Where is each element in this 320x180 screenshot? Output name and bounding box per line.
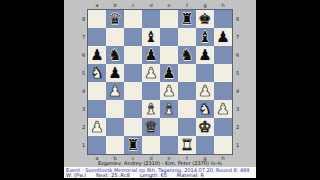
square-b5[interactable]: ♟ <box>106 64 124 82</box>
square-c7[interactable] <box>124 28 142 46</box>
file-labels-top: abcdefgh <box>88 2 232 9</box>
next-move-label: Next: 25..Rc8 <box>96 173 130 179</box>
rank-labels-right: 87654321 <box>234 10 241 154</box>
square-b6[interactable]: ♞ <box>106 46 124 64</box>
square-b3[interactable] <box>106 100 124 118</box>
black-pawn[interactable]: ♟ <box>144 46 157 64</box>
square-f7[interactable] <box>178 28 196 46</box>
square-d1[interactable] <box>142 136 160 154</box>
square-h5[interactable] <box>214 64 232 82</box>
rank-label-5: 5 <box>234 64 241 82</box>
info-line: W: (Pw.) Next: 25..Rc8 Length: 65 Materi… <box>66 173 254 179</box>
black-pawn[interactable]: ♟ <box>198 46 211 64</box>
square-h2[interactable] <box>214 118 232 136</box>
black-king[interactable]: ♚ <box>198 10 211 28</box>
square-d3[interactable]: ♝ <box>142 100 160 118</box>
black-bishop[interactable]: ♝ <box>144 28 157 46</box>
white-queen[interactable]: ♛ <box>144 118 157 136</box>
black-rook[interactable]: ♜ <box>180 10 193 28</box>
rank-labels-left: 87654321 <box>80 10 87 154</box>
square-g3[interactable]: ♞ <box>196 100 214 118</box>
square-g4[interactable]: ♟ <box>196 82 214 100</box>
file-label-e: e <box>160 2 178 9</box>
square-h4[interactable] <box>214 82 232 100</box>
square-a1[interactable] <box>88 136 106 154</box>
square-a4[interactable] <box>88 82 106 100</box>
square-g6[interactable]: ♟ <box>196 46 214 64</box>
square-h3[interactable]: ♟ <box>214 100 232 118</box>
square-d2[interactable]: ♛ <box>142 118 160 136</box>
square-a2[interactable]: ♟ <box>88 118 106 136</box>
square-f8[interactable]: ♜ <box>178 10 196 28</box>
material-label: Material: R <box>177 173 204 179</box>
square-b1[interactable] <box>106 136 124 154</box>
rank-label-7: 7 <box>234 28 241 46</box>
black-rook[interactable]: ♜ <box>126 136 139 154</box>
black-knight[interactable]: ♞ <box>180 46 193 64</box>
rank-label-2: 2 <box>80 118 87 136</box>
square-f2[interactable] <box>178 118 196 136</box>
square-d8[interactable] <box>142 10 160 28</box>
chess-board[interactable]: ♛♜♚♝♝♟♟♞♟♞♟♞♟♟♟♟♟♟♝♝♞♟♟♛♚♜♜ <box>88 10 232 154</box>
rank-label-4: 4 <box>80 82 87 100</box>
video-frame: abcdefgh abcdefgh 87654321 87654321 ♛♜♚♝… <box>0 0 320 180</box>
rank-label-8: 8 <box>234 10 241 28</box>
square-f6[interactable]: ♞ <box>178 46 196 64</box>
square-e3[interactable]: ♝ <box>160 100 178 118</box>
rank-label-6: 6 <box>80 46 87 64</box>
square-c6[interactable] <box>124 46 142 64</box>
white-pawn[interactable]: ♟ <box>216 100 229 118</box>
white-pawn[interactable]: ♟ <box>108 82 121 100</box>
file-label-a: a <box>88 2 106 9</box>
square-b8[interactable]: ♛ <box>106 10 124 28</box>
square-a3[interactable] <box>88 100 106 118</box>
square-a8[interactable] <box>88 10 106 28</box>
white-bishop[interactable]: ♝ <box>162 100 175 118</box>
side-to-move-label: W: (Pw.) <box>66 173 86 179</box>
white-king[interactable]: ♚ <box>198 118 211 136</box>
rank-label-3: 3 <box>80 100 87 118</box>
square-d7[interactable]: ♝ <box>142 28 160 46</box>
rank-label-7: 7 <box>80 28 87 46</box>
square-f4[interactable] <box>178 82 196 100</box>
square-e6[interactable] <box>160 46 178 64</box>
rank-label-8: 8 <box>80 10 87 28</box>
square-c8[interactable] <box>124 10 142 28</box>
square-a6[interactable]: ♟ <box>88 46 106 64</box>
square-g2[interactable]: ♚ <box>196 118 214 136</box>
rank-label-6: 6 <box>234 46 241 64</box>
white-rook[interactable]: ♜ <box>180 136 193 154</box>
square-h1[interactable] <box>214 136 232 154</box>
white-bishop[interactable]: ♝ <box>144 100 157 118</box>
rank-label-1: 1 <box>80 136 87 154</box>
square-c3[interactable] <box>124 100 142 118</box>
square-g1[interactable] <box>196 136 214 154</box>
rank-label-5: 5 <box>80 64 87 82</box>
black-pawn[interactable]: ♟ <box>108 64 121 82</box>
square-c4[interactable] <box>124 82 142 100</box>
file-label-h: h <box>214 2 232 9</box>
file-label-b: b <box>106 2 124 9</box>
file-label-f: f <box>178 2 196 9</box>
rank-label-3: 3 <box>234 100 241 118</box>
players-result-line: Evgeniev, Andrey (2310) - Kim, Peter (23… <box>64 160 256 167</box>
white-knight[interactable]: ♞ <box>90 64 103 82</box>
black-knight[interactable]: ♞ <box>108 46 121 64</box>
square-h7[interactable]: ♟ <box>214 28 232 46</box>
black-bishop[interactable]: ♝ <box>198 28 211 46</box>
rank-label-4: 4 <box>234 82 241 100</box>
file-label-d: d <box>142 2 160 9</box>
white-pawn[interactable]: ♟ <box>144 64 157 82</box>
white-pawn[interactable]: ♟ <box>162 82 175 100</box>
square-e4[interactable]: ♟ <box>160 82 178 100</box>
file-label-g: g <box>196 2 214 9</box>
square-d4[interactable] <box>142 82 160 100</box>
game-length-label: Length: 65 <box>140 173 167 179</box>
square-f1[interactable]: ♜ <box>178 136 196 154</box>
black-pawn[interactable]: ♟ <box>90 46 103 64</box>
rank-label-2: 2 <box>234 118 241 136</box>
square-a5[interactable]: ♞ <box>88 64 106 82</box>
square-e8[interactable] <box>160 10 178 28</box>
square-b7[interactable] <box>106 28 124 46</box>
square-g5[interactable] <box>196 64 214 82</box>
square-f5[interactable] <box>178 64 196 82</box>
white-pawn[interactable]: ♟ <box>90 118 103 136</box>
square-d5[interactable]: ♟ <box>142 64 160 82</box>
square-c5[interactable] <box>124 64 142 82</box>
black-pawn[interactable]: ♟ <box>216 28 229 46</box>
rank-label-1: 1 <box>234 136 241 154</box>
square-c1[interactable]: ♜ <box>124 136 142 154</box>
square-c2[interactable] <box>124 118 142 136</box>
black-pawn[interactable]: ♟ <box>162 64 175 82</box>
square-e2[interactable] <box>160 118 178 136</box>
square-b2[interactable] <box>106 118 124 136</box>
square-e7[interactable] <box>160 28 178 46</box>
square-h8[interactable] <box>214 10 232 28</box>
square-d6[interactable]: ♟ <box>142 46 160 64</box>
white-knight[interactable]: ♞ <box>198 100 211 118</box>
square-f3[interactable] <box>178 100 196 118</box>
square-b4[interactable]: ♟ <box>106 82 124 100</box>
square-e1[interactable] <box>160 136 178 154</box>
black-queen[interactable]: ♛ <box>108 10 121 28</box>
file-label-c: c <box>124 2 142 9</box>
square-g7[interactable]: ♝ <box>196 28 214 46</box>
square-a7[interactable] <box>88 28 106 46</box>
square-g8[interactable]: ♚ <box>196 10 214 28</box>
square-h6[interactable] <box>214 46 232 64</box>
square-e5[interactable]: ♟ <box>160 64 178 82</box>
white-pawn[interactable]: ♟ <box>198 82 211 100</box>
